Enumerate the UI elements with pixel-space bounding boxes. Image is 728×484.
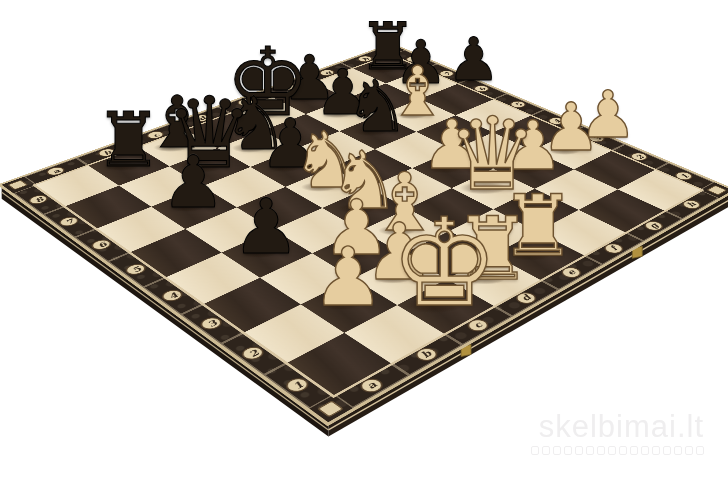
brass-clasp [461,344,471,356]
watermark-square [586,446,595,455]
watermark-square [674,446,683,455]
watermark-squares [531,446,705,455]
watermark-text: skelbimai.lt [531,411,705,444]
watermark-square [663,446,672,455]
piece-white-pawn-b2: ♟ [312,237,385,318]
piece-black-rook-b8: ♜ [94,103,162,179]
piece-black-pawn-b4: ♟ [232,189,300,265]
watermark-square [575,446,584,455]
piece-black-pawn-b6: ♟ [161,147,225,219]
watermark-square [630,446,639,455]
watermark-square [542,446,551,455]
watermark-square [619,446,628,455]
watermark-square [553,446,562,455]
piece-white-king-c1: ♚ [390,203,499,324]
watermark-square [641,446,650,455]
watermark: skelbimai.lt [531,411,705,455]
photo-scene: aa88bb77cc66dd55ee44ff33gg22hh11 ♜♟♝♛♚♞♟… [0,0,728,484]
frame-corner-inlay [317,400,344,417]
watermark-square [696,446,705,455]
watermark-square [608,446,617,455]
piece-black-pawn-rim: ♟ [447,30,500,89]
watermark-square [652,446,661,455]
watermark-square [564,446,573,455]
watermark-square [685,446,694,455]
brass-clasp [632,246,642,258]
watermark-square [597,446,606,455]
watermark-square [531,446,540,455]
